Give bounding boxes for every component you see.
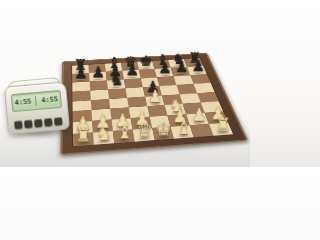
piece-white-bishop-c1[interactable]: ♝	[116, 124, 132, 142]
piece-white-pawn-g2[interactable]: ♟	[192, 107, 208, 124]
piece-white-rook-a1[interactable]: ♜	[75, 127, 91, 145]
piece-black-pawn-a7[interactable]: ♟	[74, 66, 88, 81]
piece-black-pawn-g7[interactable]: ♟	[175, 60, 188, 75]
square-e8[interactable]: ♚	[137, 61, 155, 70]
piece-black-pawn-d7[interactable]: ♟	[125, 63, 139, 78]
clock-button-2[interactable]	[24, 119, 33, 128]
clock-button-3[interactable]	[34, 118, 43, 127]
clock-button-1[interactable]	[14, 120, 23, 129]
square-e1[interactable]: ♚	[152, 127, 175, 140]
square-c5[interactable]	[108, 88, 127, 99]
clock-button-4[interactable]	[44, 117, 53, 126]
square-g7[interactable]: ♟	[171, 67, 190, 76]
clock-display-divider	[35, 96, 37, 106]
piece-white-queen-d1[interactable]: ♛	[136, 122, 152, 140]
board-grid: ♜♝♛♚♝♞♜♟♟♟♟♟♟♟♞♟♟♞♟♟♟♟♟♟♟♜♞♝♛♚♝♜	[72, 58, 233, 146]
square-c6[interactable]: ♞	[107, 79, 126, 89]
piece-white-pawn-e4[interactable]: ♟	[148, 89, 163, 105]
square-d4[interactable]	[127, 97, 147, 108]
square-a1[interactable]: ♜	[73, 133, 94, 147]
piece-white-king-e1[interactable]: ♚	[156, 121, 172, 139]
square-c1[interactable]: ♝	[113, 130, 135, 144]
piece-black-king-e8[interactable]: ♚	[140, 54, 153, 69]
piece-black-pawn-f7[interactable]: ♟	[159, 61, 172, 76]
square-e4[interactable]: ♟	[145, 95, 165, 106]
square-d1[interactable]: ♛	[132, 128, 154, 141]
square-f1[interactable]: ♝	[171, 125, 194, 138]
board-frame: ♜♝♛♚♝♞♜♟♟♟♟♟♟♟♞♟♟♞♟♟♟♟♟♟♟♜♞♝♛♚♝♜	[60, 53, 248, 155]
square-b7[interactable]: ♟	[89, 72, 107, 82]
clock-left-time: 4:55	[14, 97, 31, 106]
piece-white-bishop-f1[interactable]: ♝	[176, 119, 192, 137]
square-h1[interactable]: ♜	[209, 123, 233, 136]
square-f7[interactable]: ♟	[155, 68, 174, 77]
piece-black-knight-c6[interactable]: ♞	[109, 73, 123, 89]
square-a4[interactable]	[73, 100, 92, 111]
piece-white-rook-h1[interactable]: ♜	[215, 116, 231, 134]
clock-button-5[interactable]	[54, 116, 63, 125]
square-h7[interactable]: ♟	[187, 66, 207, 75]
square-b4[interactable]	[91, 99, 110, 110]
piece-white-knight-b1[interactable]: ♞	[96, 125, 112, 143]
clock-right-time: 4:55	[41, 95, 58, 104]
square-b1[interactable]: ♞	[93, 131, 114, 145]
square-h5[interactable]	[194, 83, 215, 93]
chess-clock: 4:55 4:55	[4, 81, 70, 134]
piece-black-pawn-h7[interactable]: ♟	[192, 59, 205, 74]
square-d7[interactable]: ♟	[122, 70, 140, 79]
square-a7[interactable]: ♟	[72, 73, 89, 83]
piece-black-pawn-b7[interactable]: ♟	[91, 65, 105, 80]
square-f5[interactable]	[160, 85, 180, 95]
chess-board: ♜♝♛♚♝♞♜♟♟♟♟♟♟♟♞♟♟♞♟♟♟♟♟♟♟♜♞♝♛♚♝♜	[60, 53, 248, 155]
